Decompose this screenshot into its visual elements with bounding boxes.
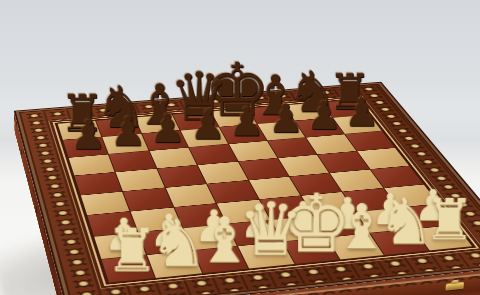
- square-a7[interactable]: ♟: [63, 137, 108, 157]
- piece-black-pawn[interactable]: ♟: [306, 98, 341, 134]
- photo-stage: ♜♞♝♛♚♝♞♜♟♟♟♟♟♟♟♟♟♟♟♟♟♟♟♟♜♞♝♛♚♝♞♜: [0, 0, 480, 295]
- piece-black-pawn[interactable]: ♟: [190, 107, 226, 144]
- piece-black-pawn[interactable]: ♟: [150, 110, 186, 147]
- square-b7[interactable]: ♟: [103, 133, 149, 153]
- square-c7[interactable]: ♟: [142, 130, 188, 150]
- square-b6[interactable]: [109, 150, 156, 171]
- brass-latch-right: [445, 281, 464, 290]
- piece-black-pawn[interactable]: ♟: [229, 104, 265, 141]
- piece-black-pawn[interactable]: ♟: [345, 95, 380, 131]
- square-b5[interactable]: [116, 168, 164, 190]
- piece-black-pawn[interactable]: ♟: [268, 101, 304, 137]
- scene: ♜♞♝♛♚♝♞♜♟♟♟♟♟♟♟♟♟♟♟♟♟♟♟♟♜♞♝♛♚♝♞♜: [0, 0, 480, 295]
- piece-black-pawn[interactable]: ♟: [70, 117, 106, 154]
- chess-board: ♜♞♝♛♚♝♞♜♟♟♟♟♟♟♟♟♟♟♟♟♟♟♟♟♜♞♝♛♚♝♞♜: [14, 81, 480, 295]
- piece-white-rook[interactable]: ♜: [105, 224, 158, 278]
- square-a1[interactable]: ♜: [101, 254, 155, 282]
- piece-black-pawn[interactable]: ♟: [110, 113, 146, 150]
- square-d7[interactable]: ♟: [181, 127, 228, 147]
